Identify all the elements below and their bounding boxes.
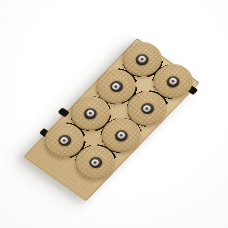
eyelet-center-hole: [93, 160, 98, 164]
product-photo: [0, 0, 228, 228]
metal-eyelet-ring: [55, 133, 73, 149]
eyelet-center-hole: [88, 111, 93, 115]
eyelet-center-hole: [171, 79, 176, 83]
black-clip-stub: [58, 107, 70, 117]
metal-eyelet-ring: [86, 155, 104, 171]
metal-eyelet-ring: [81, 106, 99, 122]
metal-eyelet-flange: [137, 55, 148, 64]
metal-eyelet-ring: [164, 74, 182, 90]
eyelet-center-hole: [140, 57, 145, 61]
metal-eyelet-flange: [59, 136, 70, 145]
eyelet-center-hole: [114, 84, 119, 88]
metal-eyelet-ring: [133, 52, 151, 68]
metal-eyelet-flange: [111, 82, 122, 91]
eyelet-center-hole: [145, 106, 150, 110]
metal-eyelet-flange: [90, 158, 101, 167]
eyelet-center-hole: [119, 133, 124, 137]
metal-eyelet-flange: [168, 77, 179, 86]
metal-eyelet-ring: [112, 128, 130, 144]
eyelet-center-hole: [62, 138, 67, 142]
metal-eyelet-flange: [142, 104, 153, 113]
metal-eyelet-ring: [107, 79, 125, 95]
metal-eyelet-flange: [116, 131, 127, 140]
metal-eyelet-ring: [138, 101, 156, 117]
metal-eyelet-flange: [85, 109, 96, 118]
kraft-backing-card: [23, 38, 200, 201]
